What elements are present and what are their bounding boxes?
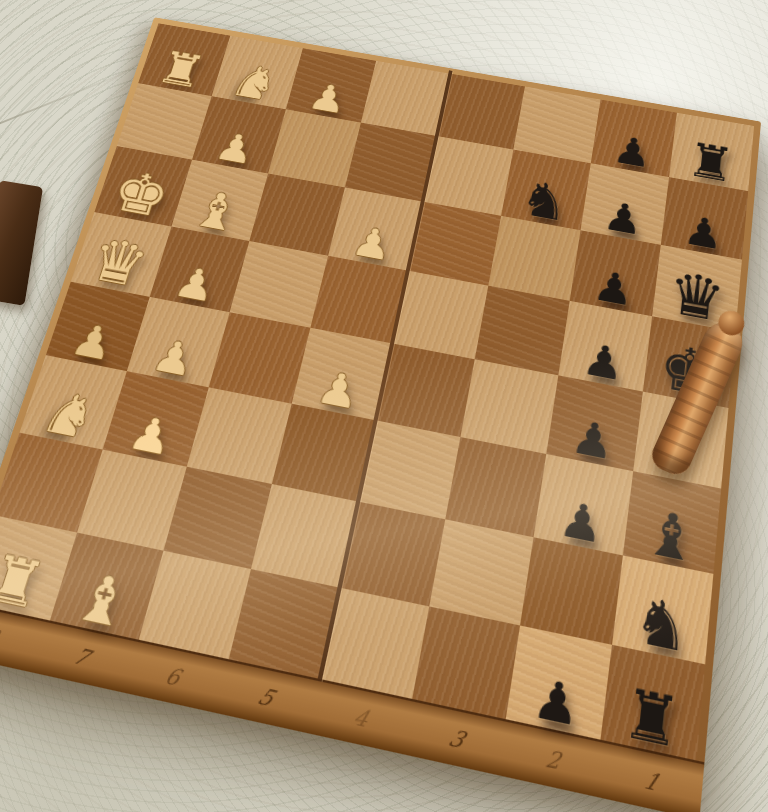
board-square[interactable] [412, 606, 520, 719]
front-face-label: 8 [0, 623, 3, 649]
front-face-label: 4 [350, 704, 372, 732]
white-pawn[interactable]: ♟ [349, 223, 396, 264]
black-pawn[interactable]: ♟ [611, 133, 653, 171]
front-face-label: 5 [254, 683, 280, 711]
white-pawn[interactable]: ♟ [148, 336, 199, 380]
white-rook[interactable]: ♜ [0, 549, 50, 613]
black-pawn[interactable]: ♟ [569, 417, 617, 464]
white-knight[interactable]: ♞ [37, 386, 102, 443]
background-object [0, 180, 43, 305]
white-pawn[interactable]: ♟ [306, 80, 350, 116]
black-bishop[interactable]: ♝ [641, 505, 701, 567]
black-pawn[interactable]: ♟ [591, 267, 636, 309]
black-pawn[interactable]: ♟ [601, 199, 645, 239]
white-bishop[interactable]: ♝ [68, 568, 137, 633]
black-pawn[interactable]: ♟ [682, 213, 725, 253]
white-pawn[interactable]: ♟ [171, 264, 220, 306]
board-square[interactable]: ♜ [600, 645, 705, 761]
front-face-label: 2 [544, 745, 565, 773]
countertop-scene: ♜♞♟♟♜♟♞♟♟♚♝♟♟♛♛♟♟♚♟♟♟♟♞♟♟♝♞♜♝♟♜ 87654321 [0, 0, 768, 812]
black-knight[interactable]: ♞ [631, 591, 693, 657]
black-knight[interactable]: ♞ [517, 176, 572, 225]
white-pawn[interactable]: ♟ [212, 130, 258, 168]
black-rook[interactable]: ♜ [685, 138, 737, 185]
front-face-label: 1 [640, 766, 664, 795]
board-square[interactable]: ♟ [506, 625, 612, 739]
white-bishop[interactable]: ♝ [187, 186, 246, 235]
black-rook[interactable]: ♜ [620, 683, 684, 753]
white-queen[interactable]: ♛ [84, 234, 154, 292]
white-knight[interactable]: ♞ [227, 60, 283, 104]
tile-crack [0, 68, 135, 126]
front-face-label: 3 [444, 724, 469, 752]
black-pawn[interactable]: ♟ [557, 498, 606, 548]
front-face-label: 6 [162, 663, 185, 690]
black-pawn[interactable]: ♟ [580, 340, 626, 384]
white-pawn[interactable]: ♟ [125, 412, 177, 459]
black-pawn[interactable]: ♟ [530, 675, 582, 731]
white-pawn[interactable]: ♟ [67, 320, 118, 364]
white-rook[interactable]: ♜ [153, 47, 209, 91]
front-face-label: 7 [68, 643, 95, 670]
chess-board-assembly: ♜♞♟♟♜♟♞♟♟♚♝♟♟♛♛♟♟♚♟♟♟♟♞♟♟♝♞♜♝♟♜ 87654321 [0, 17, 761, 812]
white-pawn[interactable]: ♟ [314, 368, 363, 413]
white-king[interactable]: ♚ [107, 166, 175, 221]
